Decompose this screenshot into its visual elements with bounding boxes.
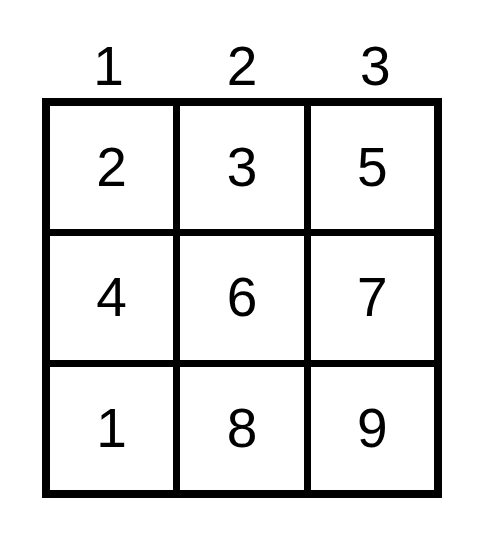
grid-cell-r2c2: 6 [180,236,303,359]
grid-cell-r3c3: 9 [311,367,434,490]
grid-cell-r2c3: 7 [311,236,434,359]
column-header-row: 1 2 3 [42,26,442,98]
column-label-2: 2 [175,26,308,98]
column-label-3: 3 [309,26,442,98]
number-grid-board: 1 2 3 2 3 5 4 6 7 1 8 9 [42,0,442,498]
grid-cell-r3c1: 1 [50,367,173,490]
grid-cell-r3c2: 8 [180,367,303,490]
grid-cell-r1c3: 5 [311,106,434,229]
column-label-1: 1 [42,26,175,98]
grid-cell-r2c1: 4 [50,236,173,359]
puzzle-grid: 2 3 5 4 6 7 1 8 9 [42,98,442,498]
grid-cell-r1c2: 3 [180,106,303,229]
grid-cell-r1c1: 2 [50,106,173,229]
